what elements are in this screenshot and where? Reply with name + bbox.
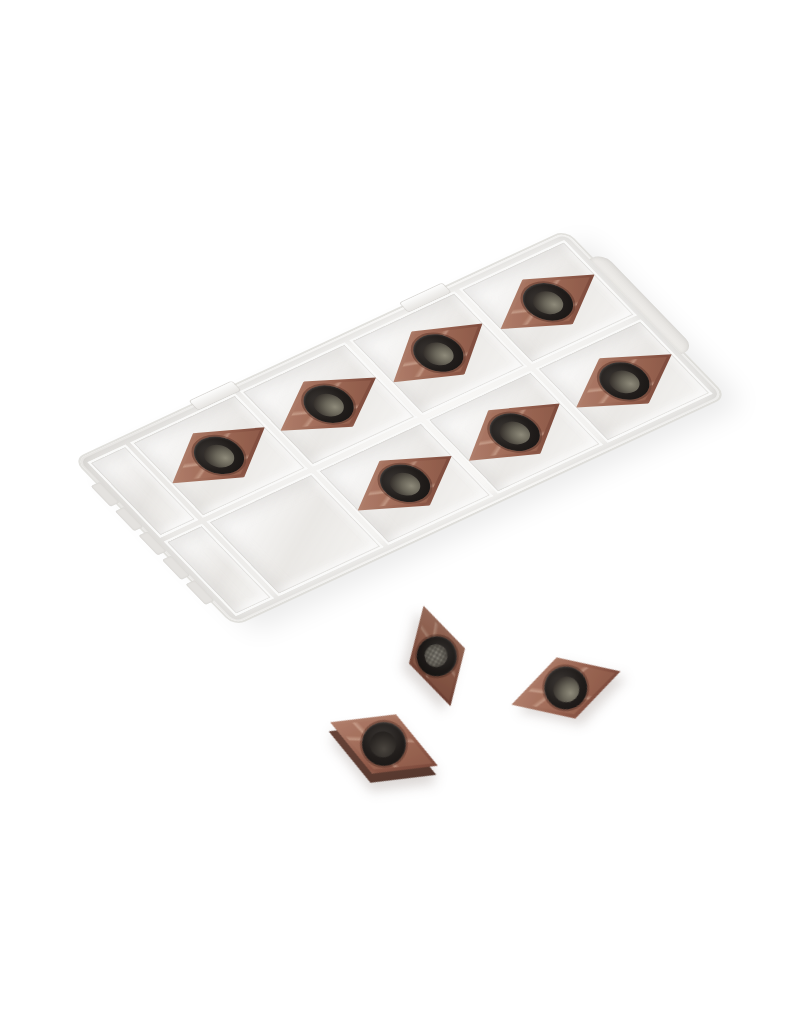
insert-bore <box>384 469 426 500</box>
insert-bore <box>198 441 240 472</box>
insert-bore <box>421 641 450 670</box>
insert-box <box>76 232 724 625</box>
carbide-insert <box>502 641 630 736</box>
insert-bore <box>418 339 460 370</box>
insert-bore <box>603 366 645 397</box>
insert-bore <box>308 390 350 421</box>
insert-bore <box>494 417 536 448</box>
product-photo <box>0 0 800 1024</box>
insert-bore <box>366 728 400 762</box>
insert-bore <box>527 288 569 319</box>
box-compartment-grid <box>87 240 712 616</box>
carbide-insert <box>396 598 479 713</box>
insert-bore <box>550 673 582 705</box>
